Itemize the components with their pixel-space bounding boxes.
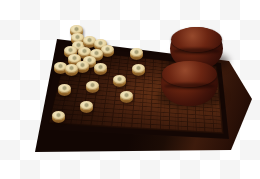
- pieces-layer: [0, 0, 260, 179]
- wooden-piece: [65, 64, 78, 76]
- wooden-piece: [113, 75, 126, 87]
- wooden-piece: [58, 84, 71, 96]
- go-set-photo: [0, 0, 260, 179]
- wooden-piece: [52, 111, 65, 123]
- wooden-piece: [94, 63, 107, 75]
- wooden-piece: [120, 91, 133, 103]
- wooden-piece: [80, 101, 93, 113]
- wooden-piece: [132, 64, 145, 76]
- wooden-piece: [130, 48, 143, 60]
- wooden-piece: [86, 81, 99, 93]
